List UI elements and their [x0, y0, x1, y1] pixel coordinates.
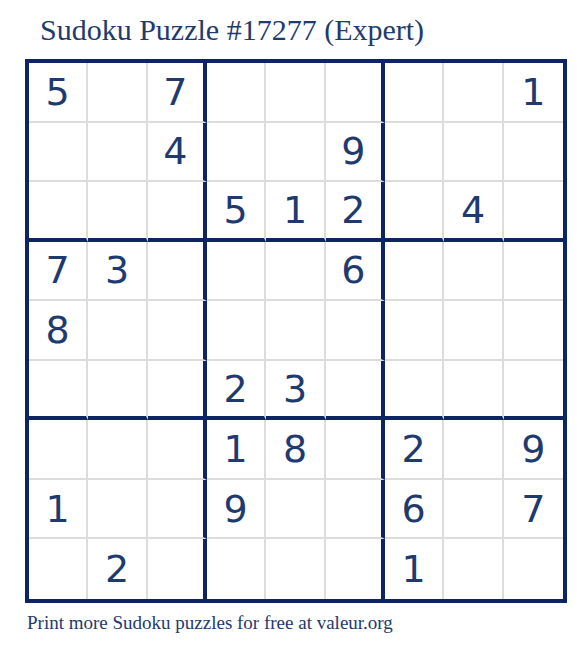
- cell-r4c5: [266, 242, 325, 302]
- cell-r7c7: 2: [385, 420, 444, 480]
- cell-r8c7: 6: [385, 480, 444, 540]
- cell-r9c2: 2: [88, 539, 147, 599]
- cell-r1c5: [266, 63, 325, 123]
- cell-r4c6: 6: [326, 242, 385, 302]
- cell-r4c1: 7: [29, 242, 88, 302]
- cell-r3c2: [88, 182, 147, 242]
- cell-r9c5: [266, 539, 325, 599]
- cell-r1c6: [326, 63, 385, 123]
- cell-r9c9: [504, 539, 563, 599]
- cell-r8c6: [326, 480, 385, 540]
- cell-r8c3: [148, 480, 207, 540]
- cell-r7c5: 8: [266, 420, 325, 480]
- cell-r6c6: [326, 361, 385, 421]
- cell-r7c2: [88, 420, 147, 480]
- cell-r4c3: [148, 242, 207, 302]
- cell-r5c8: [444, 301, 503, 361]
- cell-r5c2: [88, 301, 147, 361]
- cell-r9c3: [148, 539, 207, 599]
- cell-r9c6: [326, 539, 385, 599]
- cell-r5c7: [385, 301, 444, 361]
- cell-r5c9: [504, 301, 563, 361]
- cell-r3c8: 4: [444, 182, 503, 242]
- footer-text: Print more Sudoku puzzles for free at va…: [27, 612, 393, 634]
- cell-r8c1: 1: [29, 480, 88, 540]
- cell-r3c3: [148, 182, 207, 242]
- cell-r8c9: 7: [504, 480, 563, 540]
- cell-r7c3: [148, 420, 207, 480]
- cell-r6c4: 2: [207, 361, 266, 421]
- cell-r1c9: 1: [504, 63, 563, 123]
- cell-r2c3: 4: [148, 123, 207, 183]
- cell-r4c8: [444, 242, 503, 302]
- cell-r1c3: 7: [148, 63, 207, 123]
- cell-r9c7: 1: [385, 539, 444, 599]
- cell-r4c9: [504, 242, 563, 302]
- cell-r2c2: [88, 123, 147, 183]
- cell-r6c5: 3: [266, 361, 325, 421]
- cell-r3c1: [29, 182, 88, 242]
- cell-r1c2: [88, 63, 147, 123]
- cell-r2c5: [266, 123, 325, 183]
- cell-r9c4: [207, 539, 266, 599]
- cell-r2c8: [444, 123, 503, 183]
- cell-r9c1: [29, 539, 88, 599]
- cell-r7c4: 1: [207, 420, 266, 480]
- cell-r2c6: 9: [326, 123, 385, 183]
- cell-r3c6: 2: [326, 182, 385, 242]
- cell-r8c2: [88, 480, 147, 540]
- cell-r8c5: [266, 480, 325, 540]
- sudoku-board: 5714951247368231829196721: [25, 59, 567, 603]
- cell-r8c8: [444, 480, 503, 540]
- cell-r7c6: [326, 420, 385, 480]
- cell-r5c5: [266, 301, 325, 361]
- cell-r8c4: 9: [207, 480, 266, 540]
- cell-r1c1: 5: [29, 63, 88, 123]
- cell-r6c3: [148, 361, 207, 421]
- cell-r5c1: 8: [29, 301, 88, 361]
- cell-r2c1: [29, 123, 88, 183]
- cell-r5c6: [326, 301, 385, 361]
- cell-r4c7: [385, 242, 444, 302]
- cell-r9c8: [444, 539, 503, 599]
- cell-r1c8: [444, 63, 503, 123]
- cell-r3c7: [385, 182, 444, 242]
- cell-r6c2: [88, 361, 147, 421]
- cell-r6c1: [29, 361, 88, 421]
- cell-r6c8: [444, 361, 503, 421]
- cell-r1c4: [207, 63, 266, 123]
- cell-r5c4: [207, 301, 266, 361]
- cell-r1c7: [385, 63, 444, 123]
- cell-r6c9: [504, 361, 563, 421]
- cell-r7c8: [444, 420, 503, 480]
- cell-r3c5: 1: [266, 182, 325, 242]
- cell-r7c9: 9: [504, 420, 563, 480]
- cell-r4c4: [207, 242, 266, 302]
- page-title: Sudoku Puzzle #17277 (Expert): [40, 13, 424, 46]
- cell-r7c1: [29, 420, 88, 480]
- cell-r2c7: [385, 123, 444, 183]
- cell-r4c2: 3: [88, 242, 147, 302]
- cell-r2c4: [207, 123, 266, 183]
- cell-r3c9: [504, 182, 563, 242]
- cell-r3c4: 5: [207, 182, 266, 242]
- cell-r6c7: [385, 361, 444, 421]
- cell-r5c3: [148, 301, 207, 361]
- cell-r2c9: [504, 123, 563, 183]
